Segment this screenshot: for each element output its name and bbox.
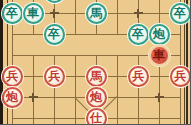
red-soldier-c6[interactable]: 兵 [44,66,65,87]
black-chariot-b3[interactable]: 車 [23,3,44,24]
file-line-f-top [117,0,118,34]
red-soldier-i6[interactable]: 兵 [170,66,191,87]
soldier-point-g3-marker [134,9,143,18]
red-horse-e6[interactable]: 馬 [86,66,107,87]
soldier-point-c3-marker [50,9,59,18]
black-soldier-g4[interactable]: 卒 [128,24,149,45]
black-cannon-h4[interactable]: 炮 [149,24,170,45]
file-line-d-top [75,0,76,34]
red-advisor-e8[interactable]: 仕 [86,108,107,125]
black-horse-e3[interactable]: 馬 [86,3,107,24]
xiangqi-board[interactable]: 馬卒車馬卒卒卒炮車兵兵馬兵兵炮炮仕 [0,0,190,124]
file-line-b-bottom [33,55,34,124]
red-chariot-h5[interactable]: 車 [149,45,170,66]
red-cannon-e7[interactable]: 炮 [86,87,107,108]
red-cannon-a7[interactable]: 炮 [2,87,23,108]
black-soldier-i3[interactable]: 卒 [170,3,191,24]
black-horse-c2[interactable]: 馬 [44,0,65,3]
red-soldier-a6[interactable]: 兵 [2,66,23,87]
black-soldier-a3[interactable]: 卒 [2,3,23,24]
file-line-d-bottom [75,55,76,124]
file-line-f-bottom [117,55,118,124]
red-soldier-g6[interactable]: 兵 [128,66,149,87]
cannon-point-b7-marker [29,93,38,102]
cannon-point-h7-marker [155,93,164,102]
black-soldier-c4[interactable]: 卒 [44,24,65,45]
